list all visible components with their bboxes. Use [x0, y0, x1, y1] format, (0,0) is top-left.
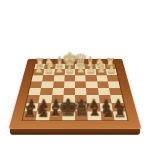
piece-black-pawn: ♟	[88, 98, 99, 110]
piece-white-rook: ♜	[105, 57, 116, 69]
square-a6	[110, 95, 123, 103]
square-c7: ♟	[87, 103, 100, 111]
square-g6	[39, 95, 52, 103]
square-d6	[75, 95, 87, 103]
square-c5	[86, 88, 98, 95]
piece-white-knight: ♞	[44, 56, 55, 69]
square-a7: ♟	[111, 103, 125, 111]
square-d8: ♛	[75, 111, 88, 120]
square-b6	[98, 95, 111, 103]
piece-white-rook: ♜	[34, 57, 45, 69]
chess-set-photo: ♜♞♝♚♛♝♞♜♟♟♟♟♟♟♟♟♟♟♟♟♟♟♟♟♜♞♝♚♛♝♞♜	[0, 0, 150, 150]
square-e7: ♟	[62, 103, 75, 111]
piece-black-pawn: ♟	[63, 98, 74, 110]
square-f5	[52, 88, 64, 95]
board-squares: ♜♞♝♚♛♝♞♜♟♟♟♟♟♟♟♟♟♟♟♟♟♟♟♟♜♞♝♚♛♝♞♜	[23, 64, 128, 121]
chess-board: ♜♞♝♚♛♝♞♜♟♟♟♟♟♟♟♟♟♟♟♟♟♟♟♟♜♞♝♚♛♝♞♜	[9, 59, 142, 129]
square-a8: ♜	[113, 111, 128, 120]
square-e6	[63, 95, 75, 103]
square-a4	[108, 81, 120, 88]
square-g8: ♞	[36, 111, 50, 120]
square-g7: ♟	[37, 103, 50, 111]
square-e4	[64, 81, 75, 88]
square-b5	[98, 88, 110, 95]
square-a5	[109, 88, 122, 95]
square-d5	[75, 88, 87, 95]
square-g4	[41, 81, 53, 88]
square-d7: ♟	[75, 103, 88, 111]
square-c4	[86, 81, 98, 88]
square-f4	[53, 81, 65, 88]
square-f6	[51, 95, 64, 103]
piece-black-pawn: ♟	[26, 98, 37, 110]
square-e5	[63, 88, 75, 95]
square-f7: ♟	[50, 103, 63, 111]
piece-black-rook: ♜	[114, 104, 127, 119]
piece-black-pawn: ♟	[38, 98, 49, 110]
square-g5	[40, 88, 52, 95]
piece-black-rook: ♜	[23, 104, 36, 119]
square-b8: ♞	[100, 111, 114, 120]
piece-black-pawn: ♟	[101, 98, 112, 110]
square-c8: ♝	[88, 111, 102, 120]
square-e8: ♚	[62, 111, 75, 120]
square-d4	[75, 81, 86, 88]
square-c6	[87, 95, 100, 103]
piece-black-pawn: ♟	[113, 98, 124, 110]
piece-black-pawn: ♟	[51, 98, 62, 110]
square-f8: ♝	[49, 111, 63, 120]
piece-black-pawn: ♟	[76, 98, 87, 110]
board-perspective-wrap: ♜♞♝♚♛♝♞♜♟♟♟♟♟♟♟♟♟♟♟♟♟♟♟♟♜♞♝♚♛♝♞♜	[20, 33, 130, 143]
